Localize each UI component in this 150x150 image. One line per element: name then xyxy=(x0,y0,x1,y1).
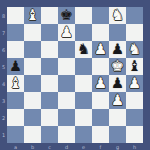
square-a6[interactable] xyxy=(7,41,24,58)
white-pawn-piece[interactable]: ♟ xyxy=(60,24,73,41)
square-c8[interactable] xyxy=(41,7,58,24)
square-d8[interactable]: ♚ xyxy=(58,7,75,24)
square-c3[interactable] xyxy=(41,92,58,109)
square-f8[interactable] xyxy=(92,7,109,24)
white-pawn-piece[interactable]: ♟ xyxy=(111,92,124,109)
square-b2[interactable] xyxy=(24,109,41,126)
square-f1[interactable] xyxy=(92,126,109,143)
square-d4[interactable] xyxy=(58,75,75,92)
square-g4[interactable]: ♟ xyxy=(109,75,126,92)
square-a4[interactable]: ♝ xyxy=(7,75,24,92)
square-d6[interactable] xyxy=(58,41,75,58)
square-h1[interactable] xyxy=(126,126,143,143)
black-bishop-piece[interactable]: ♝ xyxy=(128,58,141,75)
rank-label-5: 5 xyxy=(0,58,7,75)
square-c6[interactable] xyxy=(41,41,58,58)
black-knight-piece[interactable]: ♞ xyxy=(77,41,90,58)
square-a2[interactable] xyxy=(7,109,24,126)
square-c7[interactable] xyxy=(41,24,58,41)
rank-coordinates: 87654321 xyxy=(0,7,7,143)
black-king-piece[interactable]: ♚ xyxy=(60,7,73,24)
rank-label-4: 4 xyxy=(0,75,7,92)
square-a1[interactable] xyxy=(7,126,24,143)
square-g6[interactable]: ♟ xyxy=(109,41,126,58)
square-b6[interactable] xyxy=(24,41,41,58)
square-d2[interactable] xyxy=(58,109,75,126)
square-e7[interactable] xyxy=(75,24,92,41)
file-label-e: e xyxy=(75,143,92,150)
white-knight-piece[interactable]: ♞ xyxy=(111,7,124,24)
square-g1[interactable] xyxy=(109,126,126,143)
square-h8[interactable] xyxy=(126,7,143,24)
rank-label-1: 1 xyxy=(0,126,7,143)
square-b1[interactable] xyxy=(24,126,41,143)
black-pawn-piece[interactable]: ♟ xyxy=(111,75,124,92)
square-e3[interactable] xyxy=(75,92,92,109)
square-c5[interactable] xyxy=(41,58,58,75)
white-king-piece[interactable]: ♚ xyxy=(111,58,124,75)
file-label-b: b xyxy=(24,143,41,150)
rank-label-7: 7 xyxy=(0,24,7,41)
square-g8[interactable]: ♞ xyxy=(109,7,126,24)
square-h3[interactable] xyxy=(126,92,143,109)
square-f4[interactable]: ♟ xyxy=(92,75,109,92)
square-f5[interactable] xyxy=(92,58,109,75)
rank-label-3: 3 xyxy=(0,92,7,109)
white-bishop-piece[interactable]: ♝ xyxy=(9,75,22,92)
square-d7[interactable]: ♟ xyxy=(58,24,75,41)
white-bishop-piece[interactable]: ♝ xyxy=(26,7,39,24)
file-label-d: d xyxy=(58,143,75,150)
square-b5[interactable] xyxy=(24,58,41,75)
square-b8[interactable]: ♝ xyxy=(24,7,41,24)
square-d5[interactable] xyxy=(58,58,75,75)
square-a5[interactable]: ♟ xyxy=(7,58,24,75)
file-coordinates: abcdefgh xyxy=(7,143,143,150)
square-c2[interactable] xyxy=(41,109,58,126)
square-h4[interactable]: ♟ xyxy=(126,75,143,92)
square-d3[interactable] xyxy=(58,92,75,109)
square-h2[interactable] xyxy=(126,109,143,126)
file-label-f: f xyxy=(92,143,109,150)
square-e8[interactable] xyxy=(75,7,92,24)
square-e1[interactable] xyxy=(75,126,92,143)
black-pawn-piece[interactable]: ♟ xyxy=(111,41,124,58)
rank-label-2: 2 xyxy=(0,109,7,126)
square-f2[interactable] xyxy=(92,109,109,126)
rank-label-6: 6 xyxy=(0,41,7,58)
square-e4[interactable] xyxy=(75,75,92,92)
chess-board[interactable]: ♝♚♞♟♞♟♟♞♟♚♝♝♟♟♟♟ xyxy=(7,7,143,143)
square-g3[interactable]: ♟ xyxy=(109,92,126,109)
square-a7[interactable] xyxy=(7,24,24,41)
square-g5[interactable]: ♚ xyxy=(109,58,126,75)
white-pawn-piece[interactable]: ♟ xyxy=(94,75,107,92)
square-b3[interactable] xyxy=(24,92,41,109)
square-b7[interactable] xyxy=(24,24,41,41)
square-f3[interactable] xyxy=(92,92,109,109)
square-f6[interactable]: ♟ xyxy=(92,41,109,58)
chess-diagram: 87654321 ♝♚♞♟♞♟♟♞♟♚♝♝♟♟♟♟ abcdefgh xyxy=(0,0,150,150)
square-a8[interactable] xyxy=(7,7,24,24)
square-g7[interactable] xyxy=(109,24,126,41)
square-h6[interactable]: ♞ xyxy=(126,41,143,58)
white-pawn-piece[interactable]: ♟ xyxy=(128,75,141,92)
square-d1[interactable] xyxy=(58,126,75,143)
file-label-g: g xyxy=(109,143,126,150)
square-h7[interactable] xyxy=(126,24,143,41)
square-b4[interactable] xyxy=(24,75,41,92)
white-knight-piece[interactable]: ♞ xyxy=(128,41,141,58)
square-h5[interactable]: ♝ xyxy=(126,58,143,75)
square-f7[interactable] xyxy=(92,24,109,41)
square-a3[interactable] xyxy=(7,92,24,109)
square-g2[interactable] xyxy=(109,109,126,126)
black-pawn-piece[interactable]: ♟ xyxy=(9,58,22,75)
file-label-a: a xyxy=(7,143,24,150)
square-e5[interactable] xyxy=(75,58,92,75)
square-c4[interactable] xyxy=(41,75,58,92)
file-label-c: c xyxy=(41,143,58,150)
square-e6[interactable]: ♞ xyxy=(75,41,92,58)
file-label-h: h xyxy=(126,143,143,150)
rank-label-8: 8 xyxy=(0,7,7,24)
white-pawn-piece[interactable]: ♟ xyxy=(94,41,107,58)
square-c1[interactable] xyxy=(41,126,58,143)
square-e2[interactable] xyxy=(75,109,92,126)
